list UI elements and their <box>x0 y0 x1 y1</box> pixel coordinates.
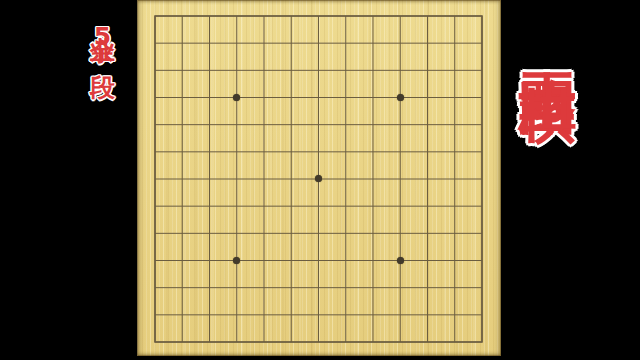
intersection-E5[interactable] <box>250 220 277 247</box>
intersection-N11[interactable] <box>468 57 495 84</box>
intersection-G5[interactable] <box>305 220 332 247</box>
intersection-K4[interactable] <box>387 247 414 274</box>
intersection-K8[interactable] <box>387 138 414 165</box>
intersection-E4[interactable] <box>250 247 277 274</box>
intersection-A5[interactable] <box>141 220 168 247</box>
star-point <box>397 94 404 101</box>
intersection-B7[interactable] <box>169 165 196 192</box>
intersection-A13[interactable] <box>141 2 168 29</box>
intersection-M1[interactable] <box>441 328 468 355</box>
intersection-J6[interactable] <box>359 193 386 220</box>
intersection-J5[interactable] <box>359 220 386 247</box>
intersection-F6[interactable] <box>278 193 305 220</box>
intersection-K1[interactable] <box>387 328 414 355</box>
intersection-D10[interactable] <box>223 84 250 111</box>
intersection-D5[interactable] <box>223 220 250 247</box>
intersection-L2[interactable] <box>414 301 441 328</box>
intersection-C4[interactable] <box>196 247 223 274</box>
intersection-J3[interactable] <box>359 274 386 301</box>
intersection-K9[interactable] <box>387 111 414 138</box>
intersection-D9[interactable] <box>223 111 250 138</box>
intersection-A7[interactable] <box>141 165 168 192</box>
intersection-F11[interactable] <box>278 57 305 84</box>
intersection-E2[interactable] <box>250 301 277 328</box>
intersection-H2[interactable] <box>332 301 359 328</box>
intersection-E3[interactable] <box>250 274 277 301</box>
intersection-L12[interactable] <box>414 30 441 57</box>
intersection-H10[interactable] <box>332 84 359 111</box>
intersection-A8[interactable] <box>141 138 168 165</box>
intersection-C13[interactable] <box>196 2 223 29</box>
intersection-J9[interactable] <box>359 111 386 138</box>
intersection-B9[interactable] <box>169 111 196 138</box>
intersection-M10[interactable] <box>441 84 468 111</box>
intersection-L6[interactable] <box>414 193 441 220</box>
intersection-J1[interactable] <box>359 328 386 355</box>
intersection-E7[interactable] <box>250 165 277 192</box>
intersection-N13[interactable] <box>468 2 495 29</box>
intersection-C12[interactable] <box>196 30 223 57</box>
intersection-L4[interactable] <box>414 247 441 274</box>
intersection-M4[interactable] <box>441 247 468 274</box>
intersection-D1[interactable] <box>223 328 250 355</box>
go-board <box>137 0 501 356</box>
intersection-D2[interactable] <box>223 301 250 328</box>
intersection-C5[interactable] <box>196 220 223 247</box>
intersection-C9[interactable] <box>196 111 223 138</box>
intersection-A2[interactable] <box>141 301 168 328</box>
intersection-M8[interactable] <box>441 138 468 165</box>
intersection-A6[interactable] <box>141 193 168 220</box>
intersection-B8[interactable] <box>169 138 196 165</box>
intersection-M5[interactable] <box>441 220 468 247</box>
board-intersections <box>141 2 495 355</box>
intersection-N9[interactable] <box>468 111 495 138</box>
intersection-H5[interactable] <box>332 220 359 247</box>
intersection-N4[interactable] <box>468 247 495 274</box>
intersection-A1[interactable] <box>141 328 168 355</box>
intersection-H9[interactable] <box>332 111 359 138</box>
intersection-N5[interactable] <box>468 220 495 247</box>
intersection-J10[interactable] <box>359 84 386 111</box>
intersection-H8[interactable] <box>332 138 359 165</box>
intersection-F1[interactable] <box>278 328 305 355</box>
intersection-G2[interactable] <box>305 301 332 328</box>
intersection-A9[interactable] <box>141 111 168 138</box>
intersection-H3[interactable] <box>332 274 359 301</box>
star-point <box>397 257 404 264</box>
intersection-G9[interactable] <box>305 111 332 138</box>
intersection-F7[interactable] <box>278 165 305 192</box>
intersection-F10[interactable] <box>278 84 305 111</box>
intersection-B12[interactable] <box>169 30 196 57</box>
intersection-D11[interactable] <box>223 57 250 84</box>
intersection-B10[interactable] <box>169 84 196 111</box>
intersection-D6[interactable] <box>223 193 250 220</box>
intersection-D4[interactable] <box>223 247 250 274</box>
intersection-C8[interactable] <box>196 138 223 165</box>
intersection-F4[interactable] <box>278 247 305 274</box>
intersection-B5[interactable] <box>169 220 196 247</box>
intersection-H11[interactable] <box>332 57 359 84</box>
intersection-N12[interactable] <box>468 30 495 57</box>
intersection-M9[interactable] <box>441 111 468 138</box>
intersection-E13[interactable] <box>250 2 277 29</box>
intersection-L5[interactable] <box>414 220 441 247</box>
intersection-D12[interactable] <box>223 30 250 57</box>
intersection-L13[interactable] <box>414 2 441 29</box>
intersection-M7[interactable] <box>441 165 468 192</box>
intersection-M6[interactable] <box>441 193 468 220</box>
intersection-G1[interactable] <box>305 328 332 355</box>
title-caption: 十三路围棋 <box>519 24 577 44</box>
intersection-A4[interactable] <box>141 247 168 274</box>
intersection-K11[interactable] <box>387 57 414 84</box>
intersection-B3[interactable] <box>169 274 196 301</box>
intersection-G7[interactable] <box>305 165 332 192</box>
intersection-M2[interactable] <box>441 301 468 328</box>
intersection-L3[interactable] <box>414 274 441 301</box>
intersection-E12[interactable] <box>250 30 277 57</box>
intersection-M3[interactable] <box>441 274 468 301</box>
intersection-B11[interactable] <box>169 57 196 84</box>
intersection-J7[interactable] <box>359 165 386 192</box>
intersection-F13[interactable] <box>278 2 305 29</box>
intersection-L7[interactable] <box>414 165 441 192</box>
star-point <box>315 175 322 182</box>
intersection-G13[interactable] <box>305 2 332 29</box>
intersection-D7[interactable] <box>223 165 250 192</box>
intersection-A10[interactable] <box>141 84 168 111</box>
intersection-J2[interactable] <box>359 301 386 328</box>
star-point <box>233 94 240 101</box>
intersection-F3[interactable] <box>278 274 305 301</box>
intersection-E6[interactable] <box>250 193 277 220</box>
intersection-G4[interactable] <box>305 247 332 274</box>
intersection-C7[interactable] <box>196 165 223 192</box>
intersection-A12[interactable] <box>141 30 168 57</box>
intersection-B2[interactable] <box>169 301 196 328</box>
intersection-L8[interactable] <box>414 138 441 165</box>
intersection-D13[interactable] <box>223 2 250 29</box>
intersection-J8[interactable] <box>359 138 386 165</box>
intersection-K7[interactable] <box>387 165 414 192</box>
intersection-C1[interactable] <box>196 328 223 355</box>
intersection-H1[interactable] <box>332 328 359 355</box>
intersection-N2[interactable] <box>468 301 495 328</box>
intersection-M11[interactable] <box>441 57 468 84</box>
intersection-G8[interactable] <box>305 138 332 165</box>
intersection-C11[interactable] <box>196 57 223 84</box>
intersection-D3[interactable] <box>223 274 250 301</box>
intersection-L1[interactable] <box>414 328 441 355</box>
intersection-K10[interactable] <box>387 84 414 111</box>
video-frame: 业余5段 十三路围棋 <box>0 0 640 360</box>
intersection-F5[interactable] <box>278 220 305 247</box>
intersection-K2[interactable] <box>387 301 414 328</box>
intersection-C3[interactable] <box>196 274 223 301</box>
intersection-A3[interactable] <box>141 274 168 301</box>
intersection-B4[interactable] <box>169 247 196 274</box>
intersection-F2[interactable] <box>278 301 305 328</box>
intersection-G6[interactable] <box>305 193 332 220</box>
intersection-G3[interactable] <box>305 274 332 301</box>
intersection-C6[interactable] <box>196 193 223 220</box>
intersection-J11[interactable] <box>359 57 386 84</box>
intersection-B1[interactable] <box>169 328 196 355</box>
intersection-K3[interactable] <box>387 274 414 301</box>
intersection-E10[interactable] <box>250 84 277 111</box>
intersection-K5[interactable] <box>387 220 414 247</box>
intersection-B13[interactable] <box>169 2 196 29</box>
intersection-E9[interactable] <box>250 111 277 138</box>
intersection-H6[interactable] <box>332 193 359 220</box>
intersection-N8[interactable] <box>468 138 495 165</box>
intersection-L10[interactable] <box>414 84 441 111</box>
intersection-F9[interactable] <box>278 111 305 138</box>
intersection-K6[interactable] <box>387 193 414 220</box>
intersection-N6[interactable] <box>468 193 495 220</box>
intersection-N1[interactable] <box>468 328 495 355</box>
intersection-F8[interactable] <box>278 138 305 165</box>
intersection-K12[interactable] <box>387 30 414 57</box>
intersection-D8[interactable] <box>223 138 250 165</box>
intersection-N10[interactable] <box>468 84 495 111</box>
intersection-J12[interactable] <box>359 30 386 57</box>
intersection-C2[interactable] <box>196 301 223 328</box>
intersection-J13[interactable] <box>359 2 386 29</box>
intersection-G12[interactable] <box>305 30 332 57</box>
intersection-C10[interactable] <box>196 84 223 111</box>
intersection-E8[interactable] <box>250 138 277 165</box>
intersection-H4[interactable] <box>332 247 359 274</box>
intersection-N7[interactable] <box>468 165 495 192</box>
intersection-L9[interactable] <box>414 111 441 138</box>
intersection-H13[interactable] <box>332 2 359 29</box>
intersection-J4[interactable] <box>359 247 386 274</box>
intersection-H7[interactable] <box>332 165 359 192</box>
intersection-M13[interactable] <box>441 2 468 29</box>
star-point <box>233 257 240 264</box>
intersection-E1[interactable] <box>250 328 277 355</box>
rank-caption: 业余5段 <box>90 16 115 57</box>
intersection-M12[interactable] <box>441 30 468 57</box>
intersection-G10[interactable] <box>305 84 332 111</box>
intersection-A11[interactable] <box>141 57 168 84</box>
intersection-B6[interactable] <box>169 193 196 220</box>
intersection-E11[interactable] <box>250 57 277 84</box>
intersection-K13[interactable] <box>387 2 414 29</box>
intersection-H12[interactable] <box>332 30 359 57</box>
intersection-F12[interactable] <box>278 30 305 57</box>
intersection-G11[interactable] <box>305 57 332 84</box>
intersection-N3[interactable] <box>468 274 495 301</box>
intersection-L11[interactable] <box>414 57 441 84</box>
